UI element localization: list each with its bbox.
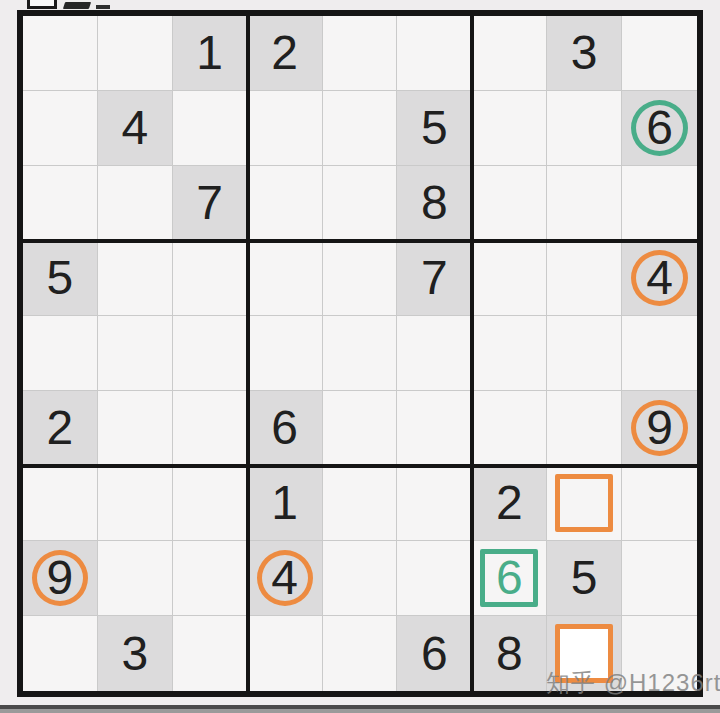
cell-digit: 6 xyxy=(271,404,298,452)
cell-digit: 3 xyxy=(571,29,598,77)
cell-r7c7[interactable]: 2 xyxy=(472,466,547,541)
cell-r3c5[interactable] xyxy=(323,166,398,241)
cell-r4c5[interactable] xyxy=(323,241,398,316)
cell-r2c1[interactable] xyxy=(23,91,98,166)
cell-r4c2[interactable] xyxy=(98,241,173,316)
cell-digit: 4 xyxy=(121,104,148,152)
cell-r6c1[interactable]: 2 xyxy=(23,391,98,466)
cell-r1c8[interactable]: 3 xyxy=(547,16,622,91)
cell-r8c3[interactable] xyxy=(173,541,248,616)
cell-r1c7[interactable] xyxy=(472,16,547,91)
cell-r2c3[interactable] xyxy=(173,91,248,166)
cell-r7c2[interactable] xyxy=(98,466,173,541)
cell-r1c2[interactable] xyxy=(98,16,173,91)
sudoku-screen: 12345678574269129465368 知乎 @H1236rt xyxy=(0,0,720,713)
cell-r8c2[interactable] xyxy=(98,541,173,616)
cell-digit: 8 xyxy=(421,179,448,227)
cell-digit: 7 xyxy=(196,179,223,227)
cell-r3c4[interactable] xyxy=(248,166,323,241)
cell-r3c9[interactable] xyxy=(622,166,697,241)
cell-r1c6[interactable] xyxy=(397,16,472,91)
cell-r8c4[interactable]: 4 xyxy=(248,541,323,616)
cell-digit: 1 xyxy=(271,479,298,527)
cell-r1c4[interactable]: 2 xyxy=(248,16,323,91)
cell-r4c6[interactable]: 7 xyxy=(397,241,472,316)
cell-r3c2[interactable] xyxy=(98,166,173,241)
cell-r5c1[interactable] xyxy=(23,316,98,391)
cell-r8c8[interactable]: 5 xyxy=(547,541,622,616)
box-separator-horizontal-1 xyxy=(23,239,697,243)
cell-r5c9[interactable] xyxy=(622,316,697,391)
cell-r9c5[interactable] xyxy=(323,616,398,691)
cell-digit: 4 xyxy=(646,254,673,302)
cell-r3c1[interactable] xyxy=(23,166,98,241)
cell-r5c3[interactable] xyxy=(173,316,248,391)
cell-r2c5[interactable] xyxy=(323,91,398,166)
cell-r2c2[interactable]: 4 xyxy=(98,91,173,166)
cell-r3c8[interactable] xyxy=(547,166,622,241)
cell-digit: 1 xyxy=(196,29,223,77)
cell-r9c6[interactable]: 6 xyxy=(397,616,472,691)
cell-r8c1[interactable]: 9 xyxy=(23,541,98,616)
cell-digit: 6 xyxy=(496,554,523,602)
cell-r7c1[interactable] xyxy=(23,466,98,541)
cell-r4c1[interactable]: 5 xyxy=(23,241,98,316)
clipped-pencil-icon-tip xyxy=(96,5,110,9)
cell-r4c4[interactable] xyxy=(248,241,323,316)
cell-r6c3[interactable] xyxy=(173,391,248,466)
cell-r7c4[interactable]: 1 xyxy=(248,466,323,541)
cell-r7c9[interactable] xyxy=(622,466,697,541)
cell-r5c4[interactable] xyxy=(248,316,323,391)
cell-r9c7[interactable]: 8 xyxy=(472,616,547,691)
cell-r9c4[interactable] xyxy=(248,616,323,691)
cell-r6c5[interactable] xyxy=(323,391,398,466)
cell-r8c5[interactable] xyxy=(323,541,398,616)
clipped-pencil-icon xyxy=(63,2,91,9)
cell-r2c9[interactable]: 6 xyxy=(622,91,697,166)
cell-r1c3[interactable]: 1 xyxy=(173,16,248,91)
cell-digit: 2 xyxy=(496,479,523,527)
cell-r7c6[interactable] xyxy=(397,466,472,541)
cell-r1c9[interactable] xyxy=(622,16,697,91)
cell-r3c3[interactable]: 7 xyxy=(173,166,248,241)
cell-r3c6[interactable]: 8 xyxy=(397,166,472,241)
cell-r1c5[interactable] xyxy=(323,16,398,91)
box-separator-horizontal-2 xyxy=(23,464,697,468)
cell-r6c8[interactable] xyxy=(547,391,622,466)
square-highlight xyxy=(555,474,613,532)
cell-r7c8[interactable] xyxy=(547,466,622,541)
cell-digit: 5 xyxy=(421,104,448,152)
bottom-strip xyxy=(0,709,720,713)
cell-r7c5[interactable] xyxy=(323,466,398,541)
cell-r6c9[interactable]: 9 xyxy=(622,391,697,466)
cell-r6c4[interactable]: 6 xyxy=(248,391,323,466)
cell-r6c6[interactable] xyxy=(397,391,472,466)
cell-r8c6[interactable] xyxy=(397,541,472,616)
cell-digit: 5 xyxy=(571,554,598,602)
cell-r2c6[interactable]: 5 xyxy=(397,91,472,166)
cell-r6c7[interactable] xyxy=(472,391,547,466)
cell-r5c2[interactable] xyxy=(98,316,173,391)
cell-r5c8[interactable] xyxy=(547,316,622,391)
cell-digit: 2 xyxy=(47,404,74,452)
cell-digit: 9 xyxy=(646,404,673,452)
cell-digit: 4 xyxy=(271,554,298,602)
cell-digit: 6 xyxy=(421,630,448,678)
cell-r7c3[interactable] xyxy=(173,466,248,541)
cell-r4c3[interactable] xyxy=(173,241,248,316)
cell-r4c7[interactable] xyxy=(472,241,547,316)
clipped-square-icon xyxy=(27,0,57,9)
cell-r9c2[interactable]: 3 xyxy=(98,616,173,691)
cell-r1c1[interactable] xyxy=(23,16,98,91)
cell-digit: 8 xyxy=(496,630,523,678)
cell-digit: 9 xyxy=(47,554,74,602)
cell-r4c9[interactable]: 4 xyxy=(622,241,697,316)
zhihu-watermark: 知乎 @H1236rt xyxy=(546,667,720,699)
cell-r8c7[interactable]: 6 xyxy=(472,541,547,616)
cell-r2c4[interactable] xyxy=(248,91,323,166)
cell-r9c3[interactable] xyxy=(173,616,248,691)
cell-digit: 6 xyxy=(646,104,673,152)
box-separator-vertical-1 xyxy=(246,16,250,691)
cell-digit: 3 xyxy=(121,630,148,678)
cell-r5c7[interactable] xyxy=(472,316,547,391)
box-separator-vertical-2 xyxy=(470,16,474,691)
cell-r8c9[interactable] xyxy=(622,541,697,616)
cell-r3c7[interactable] xyxy=(472,166,547,241)
cell-r9c1[interactable] xyxy=(23,616,98,691)
cell-r2c7[interactable] xyxy=(472,91,547,166)
cell-digit: 5 xyxy=(47,254,74,302)
cell-r6c2[interactable] xyxy=(98,391,173,466)
cell-digit: 7 xyxy=(421,254,448,302)
cell-r4c8[interactable] xyxy=(547,241,622,316)
cell-r5c5[interactable] xyxy=(323,316,398,391)
sudoku-board: 12345678574269129465368 xyxy=(17,10,703,697)
cell-r2c8[interactable] xyxy=(547,91,622,166)
cell-r5c6[interactable] xyxy=(397,316,472,391)
cell-digit: 2 xyxy=(271,29,298,77)
